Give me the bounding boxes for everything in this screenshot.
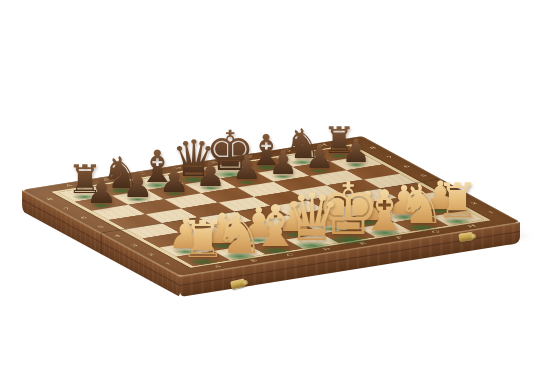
piece-black-pawn-a7[interactable]: ♟ xyxy=(86,173,117,208)
piece-white-rook-a1[interactable]: ♜ xyxy=(180,215,226,266)
felt-base xyxy=(91,203,112,208)
piece-black-pawn-b7[interactable]: ♟ xyxy=(122,168,153,203)
piece-black-pawn-e7[interactable]: ♟ xyxy=(232,152,262,186)
piece-black-pawn-f7[interactable]: ♟ xyxy=(268,146,298,179)
product-photo-scene: AA88BB77CC66DD55EE44FF33GG22HH11 ♜♞♝♛♚♝♞… xyxy=(0,0,533,389)
felt-base xyxy=(127,197,148,202)
piece-black-pawn-c7[interactable]: ♟ xyxy=(159,162,190,196)
piece-black-pawn-h7[interactable]: ♟ xyxy=(341,135,370,168)
felt-base xyxy=(188,258,219,265)
pieces-layer: ♜♞♝♛♚♝♞♜♟♟♟♟♟♟♟♟♟♟♟♟♟♟♟♟♜♞♝♛♚♝♞♜ xyxy=(0,0,533,389)
piece-black-pawn-d7[interactable]: ♟ xyxy=(195,157,225,191)
